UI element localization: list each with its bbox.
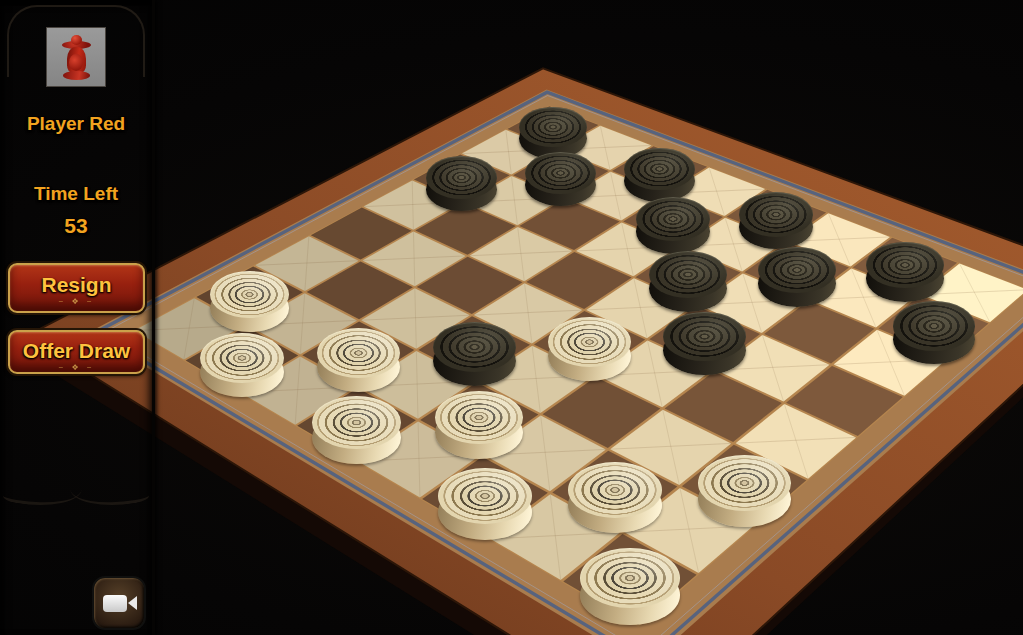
piece-top: [433, 322, 516, 372]
light-piece[interactable]: [312, 396, 401, 464]
piece-top: [568, 462, 661, 518]
player-name: Player Red: [0, 113, 152, 135]
dark-piece[interactable]: [893, 301, 975, 364]
piece-top: [758, 247, 836, 294]
light-piece[interactable]: [210, 271, 290, 332]
resign-button[interactable]: Resign ~ ❖ ~: [8, 263, 145, 313]
piece-top: [624, 148, 695, 191]
piece-top: [866, 242, 944, 289]
piece-top: [663, 312, 746, 362]
camera-button[interactable]: [92, 576, 146, 630]
dark-piece[interactable]: [525, 152, 596, 207]
piece-top: [435, 391, 523, 444]
piece-top: [698, 455, 791, 511]
light-piece[interactable]: [548, 317, 631, 381]
dark-piece[interactable]: [426, 156, 497, 211]
dark-piece[interactable]: [663, 312, 746, 376]
time-left-label: Time Left: [0, 183, 152, 205]
offer-draw-button-label: Offer Draw: [23, 339, 130, 362]
avatar-red-piece-base: [63, 71, 90, 80]
dark-piece[interactable]: [649, 251, 727, 311]
dark-piece[interactable]: [866, 242, 944, 302]
piece-top: [580, 548, 679, 608]
light-piece[interactable]: [580, 548, 679, 625]
light-piece[interactable]: [200, 333, 284, 398]
dark-piece[interactable]: [433, 322, 516, 386]
player-avatar: [47, 28, 105, 86]
time-left-value: 53: [0, 214, 152, 238]
video-camera-icon: [103, 595, 127, 612]
panel-scroll-ornament: [10, 478, 142, 524]
light-piece[interactable]: [698, 455, 791, 527]
button-flourish: ~ ❖ ~: [10, 297, 143, 306]
light-piece[interactable]: [435, 391, 523, 459]
dark-piece[interactable]: [739, 192, 813, 249]
light-piece[interactable]: [317, 328, 401, 392]
avatar-red-piece-head: [71, 35, 82, 45]
piece-top: [519, 107, 587, 148]
piece-top: [739, 192, 813, 237]
piece-top: [438, 468, 532, 524]
piece-top: [893, 301, 975, 350]
piece-top: [317, 328, 401, 378]
dark-piece[interactable]: [758, 247, 836, 307]
button-flourish: ~ ❖ ~: [10, 363, 143, 372]
piece-top: [426, 156, 497, 199]
video-camera-lens-icon: [128, 596, 137, 610]
light-piece[interactable]: [438, 468, 532, 540]
dark-piece[interactable]: [636, 197, 711, 254]
light-piece[interactable]: [568, 462, 661, 534]
avatar-red-piece-shield: [69, 54, 83, 71]
dark-piece[interactable]: [624, 148, 695, 203]
piece-top: [548, 317, 631, 367]
resign-button-label: Resign: [41, 273, 111, 296]
player-panel: Player Red Time Left 53 Resign ~ ❖ ~ Off…: [0, 0, 155, 635]
piece-top: [200, 333, 284, 383]
offer-draw-button[interactable]: Offer Draw ~ ❖ ~: [8, 330, 145, 374]
